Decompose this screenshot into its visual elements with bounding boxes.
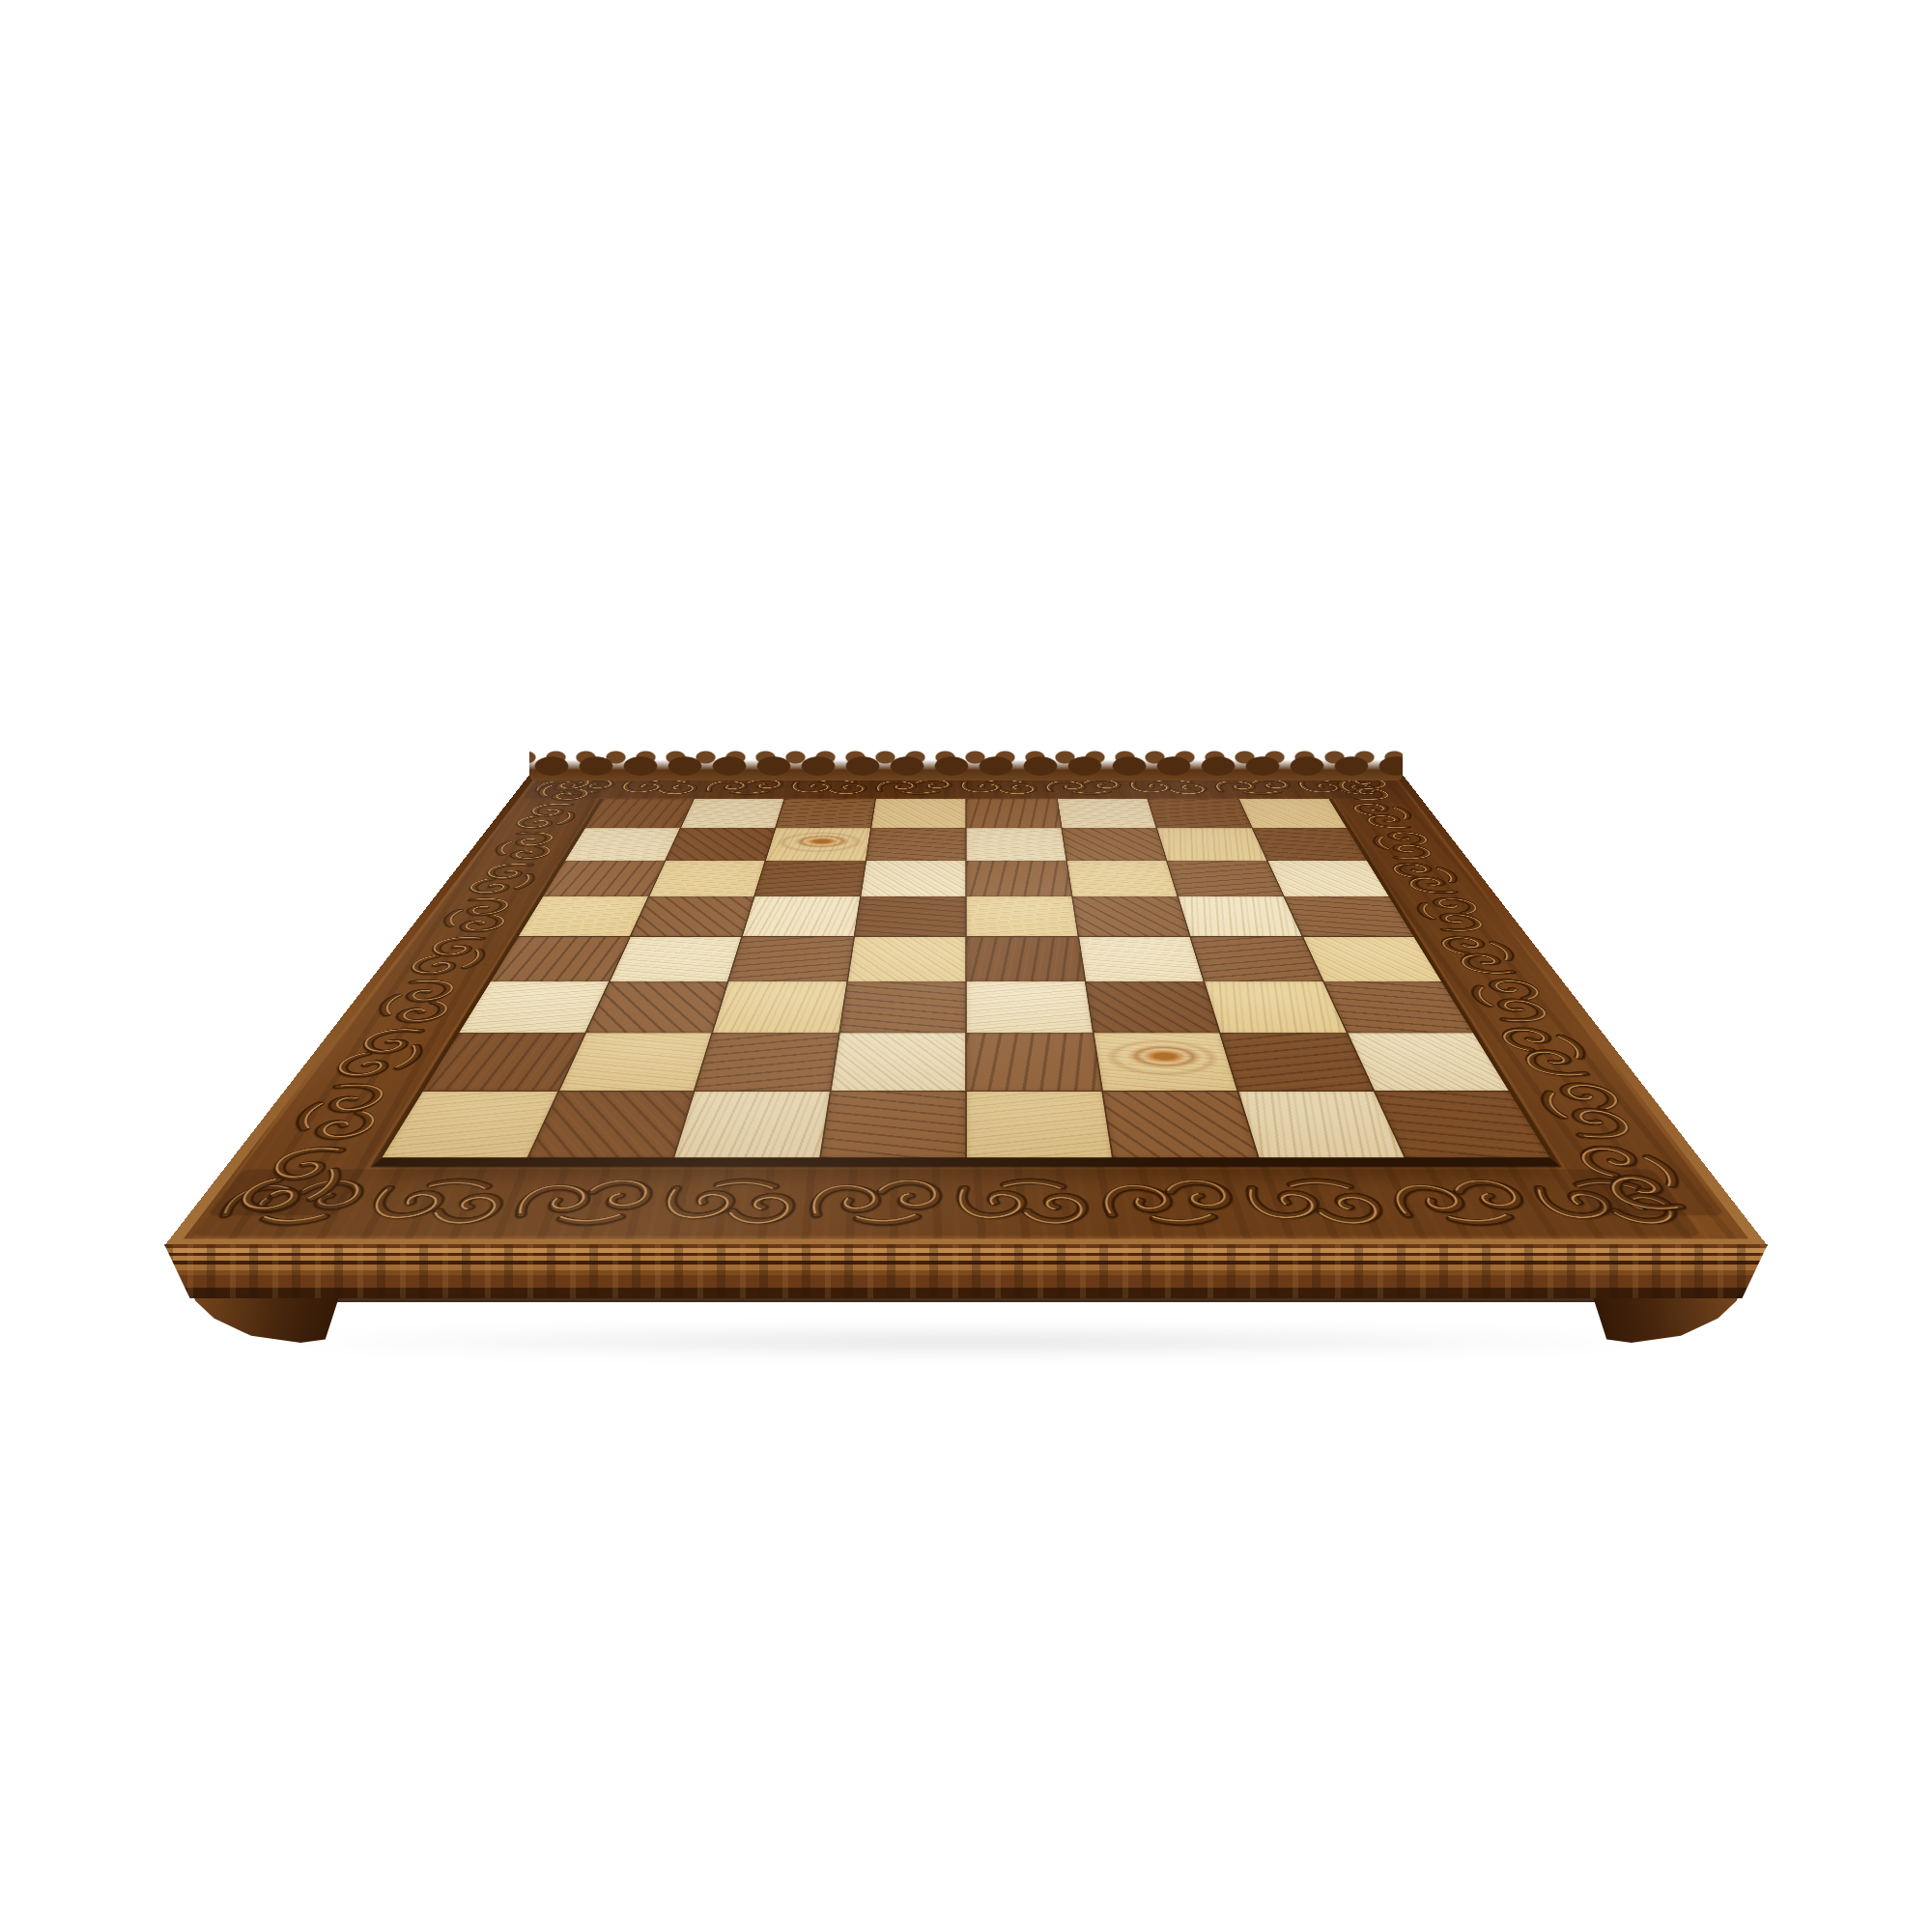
square-r4c6-dark bbox=[1191, 937, 1322, 981]
square-r2c6-dark bbox=[1167, 861, 1283, 896]
square-r2c2-dark bbox=[755, 861, 866, 896]
square-r1c4-light bbox=[967, 828, 1066, 860]
front-molding-fascia bbox=[164, 1244, 1768, 1298]
square-r4c4-dark bbox=[967, 937, 1085, 981]
square-r0c5-light bbox=[1058, 799, 1156, 828]
square-r2c0-dark bbox=[544, 861, 665, 896]
square-r7c3-dark bbox=[821, 1092, 966, 1158]
square-r5c2-light bbox=[713, 981, 846, 1032]
square-r6c0-dark bbox=[423, 1033, 584, 1091]
square-r4c1-light bbox=[610, 937, 741, 981]
square-r3c1-dark bbox=[631, 896, 753, 936]
square-r3c3-dark bbox=[855, 896, 966, 936]
square-r6c4-dark bbox=[967, 1033, 1101, 1091]
square-r1c7-dark bbox=[1253, 828, 1367, 860]
square-r6c5-light bbox=[1094, 1033, 1236, 1091]
square-r6c1-light bbox=[559, 1033, 711, 1091]
square-r6c7-light bbox=[1348, 1033, 1509, 1091]
square-r0c0-dark bbox=[585, 799, 693, 828]
square-r0c2-dark bbox=[776, 799, 874, 828]
square-r3c6-light bbox=[1179, 896, 1301, 936]
square-r6c6-dark bbox=[1221, 1033, 1373, 1091]
square-r5c6-light bbox=[1205, 981, 1346, 1032]
square-r1c1-dark bbox=[666, 828, 775, 860]
square-r7c5-dark bbox=[1103, 1092, 1258, 1158]
square-r7c2-light bbox=[674, 1092, 829, 1158]
square-r2c7-light bbox=[1267, 861, 1388, 896]
square-r3c0-light bbox=[519, 896, 648, 936]
square-r0c1-light bbox=[681, 799, 784, 828]
square-r2c5-light bbox=[1066, 861, 1177, 896]
square-r4c7-light bbox=[1303, 937, 1441, 981]
square-r0c3-light bbox=[871, 799, 965, 828]
square-r5c5-dark bbox=[1086, 981, 1219, 1032]
ground-shadow bbox=[251, 1327, 1681, 1356]
square-r1c5-dark bbox=[1062, 828, 1166, 860]
square-r5c4-light bbox=[967, 981, 1093, 1032]
square-r1c3-dark bbox=[867, 828, 966, 860]
square-r3c5-dark bbox=[1072, 896, 1189, 936]
square-r6c3-light bbox=[831, 1033, 965, 1091]
square-r2c3-light bbox=[861, 861, 965, 896]
square-r5c3-dark bbox=[839, 981, 965, 1032]
square-r5c0-light bbox=[460, 981, 609, 1032]
square-r7c0-light bbox=[383, 1092, 557, 1158]
square-r5c7-dark bbox=[1323, 981, 1472, 1032]
square-r4c3-light bbox=[848, 937, 966, 981]
square-r4c5-light bbox=[1079, 937, 1204, 981]
square-r3c2-light bbox=[743, 896, 860, 936]
square-r0c7-light bbox=[1239, 799, 1347, 828]
square-r1c0-light bbox=[565, 828, 679, 860]
square-r3c4-light bbox=[967, 896, 1078, 936]
square-r2c1-light bbox=[649, 861, 765, 896]
carved-frame bbox=[164, 773, 1768, 1246]
product-photo-empty-chessboard bbox=[0, 0, 1932, 1932]
square-r4c0-dark bbox=[491, 937, 629, 981]
board-3d-plane bbox=[164, 773, 1768, 1246]
square-r6c2-dark bbox=[696, 1033, 838, 1091]
square-r0c6-dark bbox=[1149, 799, 1252, 828]
square-r7c1-dark bbox=[528, 1092, 694, 1158]
square-r2c4-dark bbox=[967, 861, 1071, 896]
square-r4c2-dark bbox=[728, 937, 853, 981]
carving-strip-near bbox=[193, 1169, 1701, 1236]
square-r0c4-dark bbox=[967, 799, 1061, 828]
square-r1c6-light bbox=[1157, 828, 1266, 860]
square-r1c2-light bbox=[766, 828, 870, 860]
square-r5c1-dark bbox=[586, 981, 727, 1032]
far-edge-carving-crest bbox=[529, 746, 1403, 781]
square-r3c7-dark bbox=[1284, 896, 1413, 936]
square-r7c4-light bbox=[967, 1092, 1112, 1158]
